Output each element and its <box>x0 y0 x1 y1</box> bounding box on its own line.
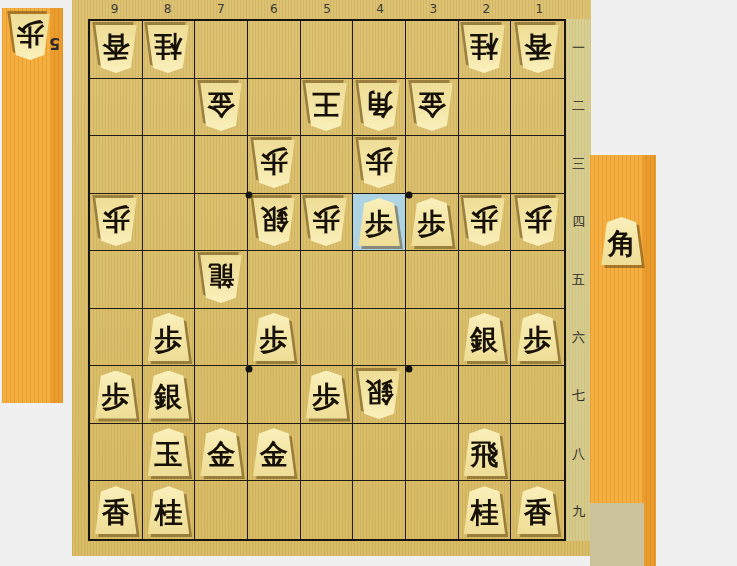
sente-piece-桂[interactable]: 桂 <box>146 486 190 534</box>
bishop-piece: 角 <box>600 217 643 265</box>
square-1三[interactable] <box>511 136 564 194</box>
square-9四[interactable]: 歩 <box>90 194 143 252</box>
square-2六[interactable]: 銀 <box>459 309 512 367</box>
piece-glyph: 角 <box>357 83 401 131</box>
square-2八[interactable]: 飛 <box>459 424 512 482</box>
file-label-4: 4 <box>354 0 407 19</box>
sente-piece-金[interactable]: 金 <box>199 428 243 476</box>
square-9七[interactable]: 歩 <box>90 366 143 424</box>
square-5一[interactable] <box>301 21 354 79</box>
piece-glyph: 香 <box>516 25 560 73</box>
square-6九[interactable] <box>248 481 301 539</box>
square-9一[interactable]: 香 <box>90 21 143 79</box>
square-8九[interactable]: 桂 <box>143 481 196 539</box>
square-3六[interactable] <box>406 309 459 367</box>
gote-hand-pawn[interactable]: 歩 <box>9 14 51 60</box>
piece-glyph: 桂 <box>146 486 190 534</box>
square-4四[interactable]: 歩 <box>353 194 406 252</box>
square-1七[interactable] <box>511 366 564 424</box>
rank-label-7: 七 <box>566 367 591 425</box>
square-3八[interactable] <box>406 424 459 482</box>
square-5三[interactable] <box>301 136 354 194</box>
square-8四[interactable] <box>143 194 196 252</box>
square-8七[interactable]: 銀 <box>143 366 196 424</box>
square-9五[interactable] <box>90 251 143 309</box>
square-3三[interactable] <box>406 136 459 194</box>
square-1六[interactable]: 歩 <box>511 309 564 367</box>
square-9九[interactable]: 香 <box>90 481 143 539</box>
gote-piece-歩[interactable]: 歩 <box>304 198 348 246</box>
piece-glyph: 香 <box>94 25 138 73</box>
square-5六[interactable] <box>301 309 354 367</box>
square-4一[interactable] <box>353 21 406 79</box>
square-8六[interactable]: 歩 <box>143 309 196 367</box>
piece-glyph: 桂 <box>146 25 190 73</box>
square-3一[interactable] <box>406 21 459 79</box>
sente-piece-香[interactable]: 香 <box>516 486 560 534</box>
gote-piece-香[interactable]: 香 <box>516 25 560 73</box>
sente-piece-飛[interactable]: 飛 <box>462 428 506 476</box>
piece-glyph: 歩 <box>146 313 190 361</box>
sente-piece-歩[interactable]: 歩 <box>94 371 138 419</box>
square-6七[interactable] <box>248 366 301 424</box>
gote-piece-金[interactable]: 金 <box>410 83 454 131</box>
sente-piece-歩[interactable]: 歩 <box>146 313 190 361</box>
piece-glyph: 香 <box>516 486 560 534</box>
square-8二[interactable] <box>143 79 196 137</box>
file-label-5: 5 <box>300 0 353 19</box>
square-9六[interactable] <box>90 309 143 367</box>
sente-piece-歩[interactable]: 歩 <box>304 371 348 419</box>
piece-glyph: 香 <box>94 486 138 534</box>
square-1五[interactable] <box>511 251 564 309</box>
square-1八[interactable] <box>511 424 564 482</box>
piece-glyph: 銀 <box>462 313 506 361</box>
square-5七[interactable]: 歩 <box>301 366 354 424</box>
square-7六[interactable] <box>195 309 248 367</box>
square-4七[interactable]: 銀 <box>353 366 406 424</box>
square-5二[interactable]: 王 <box>301 79 354 137</box>
square-3二[interactable]: 金 <box>406 79 459 137</box>
piece-glyph: 歩 <box>410 198 454 246</box>
square-6六[interactable]: 歩 <box>248 309 301 367</box>
sente-piece-桂[interactable]: 桂 <box>462 486 506 534</box>
file-label-8: 8 <box>141 0 194 19</box>
gote-piece-桂[interactable]: 桂 <box>462 25 506 73</box>
piece-glyph: 桂 <box>462 486 506 534</box>
gote-piece-銀[interactable]: 銀 <box>357 371 401 419</box>
square-4八[interactable] <box>353 424 406 482</box>
square-4三[interactable]: 歩 <box>353 136 406 194</box>
square-5四[interactable]: 歩 <box>301 194 354 252</box>
piece-glyph: 飛 <box>462 428 506 476</box>
sente-hand-bishop[interactable]: 角 <box>600 217 643 265</box>
star-point <box>246 366 253 373</box>
square-3四[interactable]: 歩 <box>406 194 459 252</box>
square-6八[interactable]: 金 <box>248 424 301 482</box>
square-3九[interactable] <box>406 481 459 539</box>
sente-piece-歩[interactable]: 歩 <box>357 198 401 246</box>
pawn-piece: 歩 <box>9 14 51 60</box>
square-5八[interactable] <box>301 424 354 482</box>
gote-hand-pawn-count: 5 <box>49 34 60 53</box>
sente-piece-香[interactable]: 香 <box>94 486 138 534</box>
turn-indicator-slot <box>590 503 644 566</box>
gote-piece-角[interactable]: 角 <box>357 83 401 131</box>
sente-piece-歩[interactable]: 歩 <box>410 198 454 246</box>
square-2四[interactable]: 歩 <box>459 194 512 252</box>
square-8八[interactable]: 玉 <box>143 424 196 482</box>
sente-piece-銀[interactable]: 銀 <box>146 371 190 419</box>
square-5九[interactable] <box>301 481 354 539</box>
file-label-1: 1 <box>513 0 566 19</box>
sente-piece-銀[interactable]: 銀 <box>462 313 506 361</box>
square-1一[interactable]: 香 <box>511 21 564 79</box>
square-6五[interactable] <box>248 251 301 309</box>
piece-glyph: 金 <box>410 83 454 131</box>
piece-glyph: 桂 <box>462 25 506 73</box>
square-4九[interactable] <box>353 481 406 539</box>
file-label-3: 3 <box>407 0 460 19</box>
square-6四[interactable]: 銀 <box>248 194 301 252</box>
file-label-2: 2 <box>460 0 513 19</box>
square-4六[interactable] <box>353 309 406 367</box>
square-2五[interactable] <box>459 251 512 309</box>
piece-glyph: 銀 <box>357 371 401 419</box>
piece-glyph: 金 <box>199 428 243 476</box>
gote-piece-桂[interactable]: 桂 <box>146 25 190 73</box>
square-6三[interactable]: 歩 <box>248 136 301 194</box>
piece-glyph: 歩 <box>516 198 560 246</box>
square-3五[interactable] <box>406 251 459 309</box>
piece-glyph: 歩 <box>252 140 296 188</box>
piece-glyph: 銀 <box>252 198 296 246</box>
square-2二[interactable] <box>459 79 512 137</box>
gote-piece-王[interactable]: 王 <box>304 83 348 131</box>
square-7八[interactable]: 金 <box>195 424 248 482</box>
shogi-app-screen: 歩 5 987654321 一二三四五六七八九 香桂桂香金王角金歩歩歩銀歩歩歩歩… <box>0 0 737 566</box>
square-3七[interactable] <box>406 366 459 424</box>
gote-piece-歩[interactable]: 歩 <box>462 198 506 246</box>
square-7二[interactable]: 金 <box>195 79 248 137</box>
square-2七[interactable] <box>459 366 512 424</box>
square-7三[interactable] <box>195 136 248 194</box>
star-point <box>406 366 413 373</box>
sente-piece-玉[interactable]: 玉 <box>146 428 190 476</box>
square-4二[interactable]: 角 <box>353 79 406 137</box>
piece-glyph: 歩 <box>304 198 348 246</box>
square-1四[interactable]: 歩 <box>511 194 564 252</box>
file-label-6: 6 <box>247 0 300 19</box>
square-2一[interactable]: 桂 <box>459 21 512 79</box>
rank-label-6: 六 <box>566 309 591 367</box>
square-8一[interactable]: 桂 <box>143 21 196 79</box>
gote-piece-銀[interactable]: 銀 <box>252 198 296 246</box>
square-6一[interactable] <box>248 21 301 79</box>
square-8五[interactable] <box>143 251 196 309</box>
rank-label-1: 一 <box>566 19 591 77</box>
piece-glyph: 歩 <box>357 140 401 188</box>
piece-glyph: 金 <box>252 428 296 476</box>
piece-glyph: 歩 <box>462 198 506 246</box>
piece-glyph: 歩 <box>94 371 138 419</box>
square-7一[interactable] <box>195 21 248 79</box>
piece-glyph: 玉 <box>146 428 190 476</box>
shogi-board: 987654321 一二三四五六七八九 香桂桂香金王角金歩歩歩銀歩歩歩歩歩龍歩歩… <box>72 0 591 556</box>
rank-label-2: 二 <box>566 77 591 135</box>
square-7七[interactable] <box>195 366 248 424</box>
square-7五[interactable]: 龍 <box>195 251 248 309</box>
sente-piece-stand: 角 <box>590 155 656 566</box>
rank-label-4: 四 <box>566 193 591 251</box>
gote-piece-金[interactable]: 金 <box>199 83 243 131</box>
gote-piece-stand: 歩 5 <box>2 8 63 403</box>
sente-piece-歩[interactable]: 歩 <box>252 313 296 361</box>
square-8三[interactable] <box>143 136 196 194</box>
square-9三[interactable] <box>90 136 143 194</box>
gote-piece-香[interactable]: 香 <box>94 25 138 73</box>
gote-promoted-piece-龍[interactable]: 龍 <box>199 255 243 303</box>
piece-glyph: 歩 <box>252 313 296 361</box>
piece-glyph: 歩 <box>516 313 560 361</box>
square-7四[interactable] <box>195 194 248 252</box>
rank-label-3: 三 <box>566 135 591 193</box>
square-6二[interactable] <box>248 79 301 137</box>
gote-piece-歩[interactable]: 歩 <box>357 140 401 188</box>
square-1二[interactable] <box>511 79 564 137</box>
sente-piece-歩[interactable]: 歩 <box>516 313 560 361</box>
piece-glyph: 金 <box>199 83 243 131</box>
piece-glyph: 龍 <box>199 255 243 303</box>
square-1九[interactable]: 香 <box>511 481 564 539</box>
square-2九[interactable]: 桂 <box>459 481 512 539</box>
rank-labels: 一二三四五六七八九 <box>566 19 591 541</box>
piece-glyph: 歩 <box>357 198 401 246</box>
piece-glyph: 歩 <box>94 198 138 246</box>
square-7九[interactable] <box>195 481 248 539</box>
square-2三[interactable] <box>459 136 512 194</box>
square-9八[interactable] <box>90 424 143 482</box>
gote-piece-歩[interactable]: 歩 <box>94 198 138 246</box>
rank-label-5: 五 <box>566 251 591 309</box>
piece-glyph: 銀 <box>146 371 190 419</box>
gote-piece-歩[interactable]: 歩 <box>516 198 560 246</box>
file-label-9: 9 <box>88 0 141 19</box>
piece-glyph: 王 <box>304 83 348 131</box>
square-5五[interactable] <box>301 251 354 309</box>
shogi-grid: 香桂桂香金王角金歩歩歩銀歩歩歩歩歩龍歩歩銀歩歩銀歩銀玉金金飛香桂桂香 <box>88 19 566 541</box>
gote-piece-歩[interactable]: 歩 <box>252 140 296 188</box>
sente-piece-金[interactable]: 金 <box>252 428 296 476</box>
file-label-7: 7 <box>194 0 247 19</box>
rank-label-8: 八 <box>566 425 591 483</box>
rank-label-9: 九 <box>566 483 591 541</box>
file-labels: 987654321 <box>88 0 566 19</box>
square-9二[interactable] <box>90 79 143 137</box>
piece-glyph: 歩 <box>304 371 348 419</box>
square-4五[interactable] <box>353 251 406 309</box>
